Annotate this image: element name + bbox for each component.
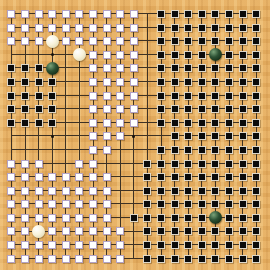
intersection-G19[interactable] <box>86 7 100 21</box>
intersection-S4[interactable] <box>236 211 250 225</box>
intersection-J7[interactable] <box>113 170 127 184</box>
intersection-P19[interactable] <box>195 7 209 21</box>
intersection-C4[interactable] <box>32 211 46 225</box>
intersection-N7[interactable] <box>168 170 182 184</box>
intersection-B15[interactable] <box>18 62 32 76</box>
intersection-D5[interactable] <box>45 198 59 212</box>
intersection-M1[interactable] <box>154 252 168 266</box>
intersection-R11[interactable] <box>222 116 236 130</box>
intersection-E15[interactable] <box>59 62 73 76</box>
intersection-N1[interactable] <box>168 252 182 266</box>
intersection-B13[interactable] <box>18 89 32 103</box>
intersection-Q2[interactable] <box>209 238 223 252</box>
intersection-O7[interactable] <box>181 170 195 184</box>
intersection-M3[interactable] <box>154 225 168 239</box>
intersection-H11[interactable] <box>100 116 114 130</box>
intersection-Q16[interactable] <box>209 48 223 62</box>
intersection-T7[interactable] <box>249 170 263 184</box>
intersection-Q7[interactable] <box>209 170 223 184</box>
intersection-S10[interactable] <box>236 130 250 144</box>
intersection-T8[interactable] <box>249 157 263 171</box>
intersection-O1[interactable] <box>181 252 195 266</box>
intersection-T5[interactable] <box>249 198 263 212</box>
intersection-A7[interactable] <box>5 170 19 184</box>
intersection-T3[interactable] <box>249 225 263 239</box>
intersection-N9[interactable] <box>168 143 182 157</box>
intersection-D2[interactable] <box>45 238 59 252</box>
intersection-N6[interactable] <box>168 184 182 198</box>
intersection-A10[interactable] <box>5 130 19 144</box>
intersection-C11[interactable] <box>32 116 46 130</box>
intersection-G9[interactable] <box>86 143 100 157</box>
intersection-C15[interactable] <box>32 62 46 76</box>
intersection-P4[interactable] <box>195 211 209 225</box>
intersection-N8[interactable] <box>168 157 182 171</box>
intersection-D4[interactable] <box>45 211 59 225</box>
intersection-A9[interactable] <box>5 143 19 157</box>
intersection-M15[interactable] <box>154 62 168 76</box>
intersection-B1[interactable] <box>18 252 32 266</box>
intersection-N19[interactable] <box>168 7 182 21</box>
intersection-E18[interactable] <box>59 21 73 35</box>
intersection-L17[interactable] <box>141 34 155 48</box>
intersection-B5[interactable] <box>18 198 32 212</box>
intersection-G10[interactable] <box>86 130 100 144</box>
intersection-G11[interactable] <box>86 116 100 130</box>
intersection-D11[interactable] <box>45 116 59 130</box>
intersection-S16[interactable] <box>236 48 250 62</box>
intersection-A13[interactable] <box>5 89 19 103</box>
intersection-L3[interactable] <box>141 225 155 239</box>
intersection-E13[interactable] <box>59 89 73 103</box>
intersection-C5[interactable] <box>32 198 46 212</box>
intersection-O17[interactable] <box>181 34 195 48</box>
intersection-R7[interactable] <box>222 170 236 184</box>
intersection-H16[interactable] <box>100 48 114 62</box>
intersection-O18[interactable] <box>181 21 195 35</box>
intersection-H8[interactable] <box>100 157 114 171</box>
intersection-O15[interactable] <box>181 62 195 76</box>
intersection-B10[interactable] <box>18 130 32 144</box>
intersection-C9[interactable] <box>32 143 46 157</box>
intersection-C19[interactable] <box>32 7 46 21</box>
intersection-A5[interactable] <box>5 198 19 212</box>
intersection-G7[interactable] <box>86 170 100 184</box>
intersection-S14[interactable] <box>236 75 250 89</box>
intersection-O11[interactable] <box>181 116 195 130</box>
intersection-E10[interactable] <box>59 130 73 144</box>
intersection-T16[interactable] <box>249 48 263 62</box>
intersection-O10[interactable] <box>181 130 195 144</box>
intersection-O5[interactable] <box>181 198 195 212</box>
intersection-F17[interactable] <box>73 34 87 48</box>
intersection-Q6[interactable] <box>209 184 223 198</box>
intersection-K5[interactable] <box>127 198 141 212</box>
intersection-H4[interactable] <box>100 211 114 225</box>
intersection-M14[interactable] <box>154 75 168 89</box>
intersection-S7[interactable] <box>236 170 250 184</box>
intersection-M13[interactable] <box>154 89 168 103</box>
intersection-A8[interactable] <box>5 157 19 171</box>
intersection-B14[interactable] <box>18 75 32 89</box>
intersection-S17[interactable] <box>236 34 250 48</box>
intersection-J10[interactable] <box>113 130 127 144</box>
intersection-A12[interactable] <box>5 102 19 116</box>
intersection-F4[interactable] <box>73 211 87 225</box>
intersection-C1[interactable] <box>32 252 46 266</box>
intersection-D12[interactable] <box>45 102 59 116</box>
intersection-S11[interactable] <box>236 116 250 130</box>
intersection-P3[interactable] <box>195 225 209 239</box>
intersection-L13[interactable] <box>141 89 155 103</box>
intersection-J19[interactable] <box>113 7 127 21</box>
intersection-Q4[interactable] <box>209 211 223 225</box>
intersection-A18[interactable] <box>5 21 19 35</box>
intersection-J3[interactable] <box>113 225 127 239</box>
intersection-K11[interactable] <box>127 116 141 130</box>
intersection-G1[interactable] <box>86 252 100 266</box>
intersection-T19[interactable] <box>249 7 263 21</box>
intersection-R18[interactable] <box>222 21 236 35</box>
intersection-P2[interactable] <box>195 238 209 252</box>
intersection-C12[interactable] <box>32 102 46 116</box>
intersection-R15[interactable] <box>222 62 236 76</box>
intersection-P7[interactable] <box>195 170 209 184</box>
intersection-H17[interactable] <box>100 34 114 48</box>
intersection-G12[interactable] <box>86 102 100 116</box>
intersection-Q13[interactable] <box>209 89 223 103</box>
intersection-B7[interactable] <box>18 170 32 184</box>
intersection-S6[interactable] <box>236 184 250 198</box>
intersection-E17[interactable] <box>59 34 73 48</box>
intersection-O3[interactable] <box>181 225 195 239</box>
intersection-F16[interactable] <box>73 48 87 62</box>
intersection-H7[interactable] <box>100 170 114 184</box>
intersection-R17[interactable] <box>222 34 236 48</box>
intersection-G6[interactable] <box>86 184 100 198</box>
intersection-E3[interactable] <box>59 225 73 239</box>
intersection-R5[interactable] <box>222 198 236 212</box>
intersection-P5[interactable] <box>195 198 209 212</box>
intersection-G15[interactable] <box>86 62 100 76</box>
intersection-E16[interactable] <box>59 48 73 62</box>
intersection-L8[interactable] <box>141 157 155 171</box>
intersection-G3[interactable] <box>86 225 100 239</box>
intersection-D1[interactable] <box>45 252 59 266</box>
intersection-A19[interactable] <box>5 7 19 21</box>
intersection-K1[interactable] <box>127 252 141 266</box>
intersection-P17[interactable] <box>195 34 209 48</box>
intersection-B11[interactable] <box>18 116 32 130</box>
intersection-H18[interactable] <box>100 21 114 35</box>
intersection-B2[interactable] <box>18 238 32 252</box>
intersection-N5[interactable] <box>168 198 182 212</box>
intersection-H9[interactable] <box>100 143 114 157</box>
intersection-Q9[interactable] <box>209 143 223 157</box>
intersection-A11[interactable] <box>5 116 19 130</box>
intersection-O13[interactable] <box>181 89 195 103</box>
intersection-F8[interactable] <box>73 157 87 171</box>
intersection-M6[interactable] <box>154 184 168 198</box>
intersection-Q8[interactable] <box>209 157 223 171</box>
intersection-M4[interactable] <box>154 211 168 225</box>
intersection-F14[interactable] <box>73 75 87 89</box>
intersection-Q19[interactable] <box>209 7 223 21</box>
intersection-F11[interactable] <box>73 116 87 130</box>
intersection-J12[interactable] <box>113 102 127 116</box>
intersection-G17[interactable] <box>86 34 100 48</box>
intersection-E1[interactable] <box>59 252 73 266</box>
intersection-K19[interactable] <box>127 7 141 21</box>
intersection-E2[interactable] <box>59 238 73 252</box>
intersection-H12[interactable] <box>100 102 114 116</box>
intersection-A2[interactable] <box>5 238 19 252</box>
intersection-Q18[interactable] <box>209 21 223 35</box>
intersection-S9[interactable] <box>236 143 250 157</box>
intersection-N2[interactable] <box>168 238 182 252</box>
intersection-S15[interactable] <box>236 62 250 76</box>
intersection-M12[interactable] <box>154 102 168 116</box>
intersection-N4[interactable] <box>168 211 182 225</box>
intersection-J6[interactable] <box>113 184 127 198</box>
intersection-E6[interactable] <box>59 184 73 198</box>
intersection-J16[interactable] <box>113 48 127 62</box>
intersection-R10[interactable] <box>222 130 236 144</box>
intersection-G13[interactable] <box>86 89 100 103</box>
intersection-J9[interactable] <box>113 143 127 157</box>
intersection-S1[interactable] <box>236 252 250 266</box>
intersection-P14[interactable] <box>195 75 209 89</box>
intersection-T6[interactable] <box>249 184 263 198</box>
intersection-D18[interactable] <box>45 21 59 35</box>
intersection-S18[interactable] <box>236 21 250 35</box>
intersection-K3[interactable] <box>127 225 141 239</box>
intersection-H3[interactable] <box>100 225 114 239</box>
intersection-L1[interactable] <box>141 252 155 266</box>
intersection-F9[interactable] <box>73 143 87 157</box>
intersection-L7[interactable] <box>141 170 155 184</box>
intersection-K15[interactable] <box>127 62 141 76</box>
intersection-P1[interactable] <box>195 252 209 266</box>
intersection-M2[interactable] <box>154 238 168 252</box>
intersection-A16[interactable] <box>5 48 19 62</box>
intersection-C8[interactable] <box>32 157 46 171</box>
intersection-R19[interactable] <box>222 7 236 21</box>
intersection-Q5[interactable] <box>209 198 223 212</box>
intersection-B16[interactable] <box>18 48 32 62</box>
intersection-F10[interactable] <box>73 130 87 144</box>
intersection-H1[interactable] <box>100 252 114 266</box>
intersection-R16[interactable] <box>222 48 236 62</box>
intersection-D13[interactable] <box>45 89 59 103</box>
intersection-E14[interactable] <box>59 75 73 89</box>
intersection-O19[interactable] <box>181 7 195 21</box>
intersection-P11[interactable] <box>195 116 209 130</box>
intersection-O4[interactable] <box>181 211 195 225</box>
intersection-A4[interactable] <box>5 211 19 225</box>
intersection-L6[interactable] <box>141 184 155 198</box>
intersection-T11[interactable] <box>249 116 263 130</box>
intersection-L11[interactable] <box>141 116 155 130</box>
intersection-K14[interactable] <box>127 75 141 89</box>
intersection-J15[interactable] <box>113 62 127 76</box>
intersection-D7[interactable] <box>45 170 59 184</box>
intersection-P10[interactable] <box>195 130 209 144</box>
intersection-K18[interactable] <box>127 21 141 35</box>
intersection-P6[interactable] <box>195 184 209 198</box>
intersection-C17[interactable] <box>32 34 46 48</box>
intersection-K8[interactable] <box>127 157 141 171</box>
intersection-T1[interactable] <box>249 252 263 266</box>
intersection-D14[interactable] <box>45 75 59 89</box>
intersection-R13[interactable] <box>222 89 236 103</box>
intersection-M11[interactable] <box>154 116 168 130</box>
intersection-E8[interactable] <box>59 157 73 171</box>
intersection-T15[interactable] <box>249 62 263 76</box>
intersection-N16[interactable] <box>168 48 182 62</box>
intersection-F5[interactable] <box>73 198 87 212</box>
intersection-Q15[interactable] <box>209 62 223 76</box>
intersection-H5[interactable] <box>100 198 114 212</box>
intersection-M19[interactable] <box>154 7 168 21</box>
intersection-F18[interactable] <box>73 21 87 35</box>
intersection-N10[interactable] <box>168 130 182 144</box>
intersection-G18[interactable] <box>86 21 100 35</box>
intersection-K4[interactable] <box>127 211 141 225</box>
intersection-R14[interactable] <box>222 75 236 89</box>
intersection-N13[interactable] <box>168 89 182 103</box>
intersection-J4[interactable] <box>113 211 127 225</box>
intersection-T9[interactable] <box>249 143 263 157</box>
intersection-M8[interactable] <box>154 157 168 171</box>
intersection-C13[interactable] <box>32 89 46 103</box>
intersection-E9[interactable] <box>59 143 73 157</box>
intersection-A1[interactable] <box>5 252 19 266</box>
intersection-E7[interactable] <box>59 170 73 184</box>
intersection-H19[interactable] <box>100 7 114 21</box>
intersection-M5[interactable] <box>154 198 168 212</box>
intersection-S3[interactable] <box>236 225 250 239</box>
intersection-N15[interactable] <box>168 62 182 76</box>
intersection-C10[interactable] <box>32 130 46 144</box>
intersection-J5[interactable] <box>113 198 127 212</box>
intersection-C14[interactable] <box>32 75 46 89</box>
intersection-F3[interactable] <box>73 225 87 239</box>
intersection-P13[interactable] <box>195 89 209 103</box>
intersection-S2[interactable] <box>236 238 250 252</box>
intersection-D16[interactable] <box>45 48 59 62</box>
intersection-B4[interactable] <box>18 211 32 225</box>
intersection-M17[interactable] <box>154 34 168 48</box>
intersection-Q12[interactable] <box>209 102 223 116</box>
intersection-S5[interactable] <box>236 198 250 212</box>
intersection-F1[interactable] <box>73 252 87 266</box>
intersection-C18[interactable] <box>32 21 46 35</box>
intersection-J11[interactable] <box>113 116 127 130</box>
intersection-R6[interactable] <box>222 184 236 198</box>
intersection-R8[interactable] <box>222 157 236 171</box>
intersection-K13[interactable] <box>127 89 141 103</box>
intersection-O16[interactable] <box>181 48 195 62</box>
intersection-R3[interactable] <box>222 225 236 239</box>
intersection-H14[interactable] <box>100 75 114 89</box>
intersection-D15[interactable] <box>45 62 59 76</box>
intersection-M18[interactable] <box>154 21 168 35</box>
intersection-D19[interactable] <box>45 7 59 21</box>
intersection-R4[interactable] <box>222 211 236 225</box>
intersection-T12[interactable] <box>249 102 263 116</box>
intersection-E4[interactable] <box>59 211 73 225</box>
intersection-H15[interactable] <box>100 62 114 76</box>
intersection-G5[interactable] <box>86 198 100 212</box>
intersection-P12[interactable] <box>195 102 209 116</box>
intersection-R9[interactable] <box>222 143 236 157</box>
intersection-A6[interactable] <box>5 184 19 198</box>
intersection-M7[interactable] <box>154 170 168 184</box>
intersection-K16[interactable] <box>127 48 141 62</box>
intersection-B19[interactable] <box>18 7 32 21</box>
intersection-F19[interactable] <box>73 7 87 21</box>
intersection-H13[interactable] <box>100 89 114 103</box>
intersection-Q1[interactable] <box>209 252 223 266</box>
intersection-K2[interactable] <box>127 238 141 252</box>
intersection-M9[interactable] <box>154 143 168 157</box>
intersection-B9[interactable] <box>18 143 32 157</box>
intersection-P9[interactable] <box>195 143 209 157</box>
intersection-M10[interactable] <box>154 130 168 144</box>
intersection-D9[interactable] <box>45 143 59 157</box>
intersection-E5[interactable] <box>59 198 73 212</box>
intersection-E12[interactable] <box>59 102 73 116</box>
intersection-Q10[interactable] <box>209 130 223 144</box>
intersection-O8[interactable] <box>181 157 195 171</box>
intersection-Q17[interactable] <box>209 34 223 48</box>
intersection-L5[interactable] <box>141 198 155 212</box>
intersection-C6[interactable] <box>32 184 46 198</box>
intersection-G8[interactable] <box>86 157 100 171</box>
intersection-O14[interactable] <box>181 75 195 89</box>
intersection-N18[interactable] <box>168 21 182 35</box>
intersection-L4[interactable] <box>141 211 155 225</box>
intersection-G14[interactable] <box>86 75 100 89</box>
intersection-T14[interactable] <box>249 75 263 89</box>
intersection-R12[interactable] <box>222 102 236 116</box>
intersection-O12[interactable] <box>181 102 195 116</box>
intersection-A3[interactable] <box>5 225 19 239</box>
intersection-G2[interactable] <box>86 238 100 252</box>
intersection-L12[interactable] <box>141 102 155 116</box>
intersection-J13[interactable] <box>113 89 127 103</box>
intersection-B8[interactable] <box>18 157 32 171</box>
intersection-N14[interactable] <box>168 75 182 89</box>
intersection-S19[interactable] <box>236 7 250 21</box>
intersection-A14[interactable] <box>5 75 19 89</box>
intersection-J18[interactable] <box>113 21 127 35</box>
intersection-L16[interactable] <box>141 48 155 62</box>
intersection-B12[interactable] <box>18 102 32 116</box>
intersection-P15[interactable] <box>195 62 209 76</box>
intersection-J2[interactable] <box>113 238 127 252</box>
intersection-H6[interactable] <box>100 184 114 198</box>
intersection-C16[interactable] <box>32 48 46 62</box>
intersection-B17[interactable] <box>18 34 32 48</box>
intersection-Q14[interactable] <box>209 75 223 89</box>
intersection-D6[interactable] <box>45 184 59 198</box>
intersection-A17[interactable] <box>5 34 19 48</box>
intersection-B18[interactable] <box>18 21 32 35</box>
intersection-K12[interactable] <box>127 102 141 116</box>
intersection-G4[interactable] <box>86 211 100 225</box>
